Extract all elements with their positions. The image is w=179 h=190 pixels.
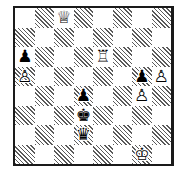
square-g2[interactable] xyxy=(132,125,152,145)
square-b2[interactable] xyxy=(35,125,55,145)
square-e1[interactable] xyxy=(93,145,113,165)
square-e2[interactable] xyxy=(93,125,113,145)
square-c8[interactable]: ♕ xyxy=(54,8,74,28)
square-h2[interactable] xyxy=(152,125,172,145)
square-f2[interactable] xyxy=(113,125,133,145)
piece-white-queen[interactable]: ♕ xyxy=(56,8,71,28)
square-g5[interactable]: ♟ xyxy=(132,67,152,87)
square-b6[interactable] xyxy=(35,47,55,67)
square-c7[interactable] xyxy=(54,28,74,48)
square-h5[interactable]: ♙ xyxy=(152,67,172,87)
square-h4[interactable] xyxy=(152,86,172,106)
square-g3[interactable] xyxy=(132,106,152,126)
square-d2[interactable]: ♛ xyxy=(74,125,94,145)
square-c4[interactable] xyxy=(54,86,74,106)
piece-black-king[interactable]: ♚ xyxy=(76,106,91,126)
square-f7[interactable] xyxy=(113,28,133,48)
square-a7[interactable] xyxy=(15,28,35,48)
piece-black-pawn[interactable]: ♟ xyxy=(17,47,32,67)
piece-white-rook[interactable]: ♖ xyxy=(95,47,110,67)
square-e3[interactable] xyxy=(93,106,113,126)
square-c2[interactable] xyxy=(54,125,74,145)
chess-board: ♕♟♖♙♟♙♟♙♚♛♔ xyxy=(15,8,171,164)
square-a4[interactable] xyxy=(15,86,35,106)
chess-board-frame: ♕♟♖♙♟♙♟♙♚♛♔ xyxy=(13,6,173,166)
square-f5[interactable] xyxy=(113,67,133,87)
square-c5[interactable] xyxy=(54,67,74,87)
square-d6[interactable] xyxy=(74,47,94,67)
piece-white-pawn[interactable]: ♙ xyxy=(17,67,32,87)
piece-white-king[interactable]: ♔ xyxy=(134,145,149,165)
square-e5[interactable] xyxy=(93,67,113,87)
square-b8[interactable] xyxy=(35,8,55,28)
piece-black-pawn[interactable]: ♟ xyxy=(76,86,91,106)
square-a2[interactable] xyxy=(15,125,35,145)
square-g8[interactable] xyxy=(132,8,152,28)
square-d1[interactable] xyxy=(74,145,94,165)
square-e8[interactable] xyxy=(93,8,113,28)
square-a5[interactable]: ♙ xyxy=(15,67,35,87)
piece-white-pawn[interactable]: ♙ xyxy=(134,86,149,106)
square-b7[interactable] xyxy=(35,28,55,48)
square-d8[interactable] xyxy=(74,8,94,28)
square-g1[interactable]: ♔ xyxy=(132,145,152,165)
square-a1[interactable] xyxy=(15,145,35,165)
square-b1[interactable] xyxy=(35,145,55,165)
square-h1[interactable] xyxy=(152,145,172,165)
square-a8[interactable] xyxy=(15,8,35,28)
square-a6[interactable]: ♟ xyxy=(15,47,35,67)
square-f1[interactable] xyxy=(113,145,133,165)
square-f4[interactable] xyxy=(113,86,133,106)
piece-white-pawn[interactable]: ♙ xyxy=(154,67,169,87)
square-b5[interactable] xyxy=(35,67,55,87)
chess-diagram: ♕♟♖♙♟♙♟♙♚♛♔ xyxy=(0,0,179,190)
square-f3[interactable] xyxy=(113,106,133,126)
square-h6[interactable] xyxy=(152,47,172,67)
square-d4[interactable]: ♟ xyxy=(74,86,94,106)
piece-black-pawn[interactable]: ♟ xyxy=(134,67,149,87)
square-d3[interactable]: ♚ xyxy=(74,106,94,126)
square-h8[interactable] xyxy=(152,8,172,28)
square-g6[interactable] xyxy=(132,47,152,67)
square-e7[interactable] xyxy=(93,28,113,48)
square-b3[interactable] xyxy=(35,106,55,126)
piece-black-queen[interactable]: ♛ xyxy=(76,125,91,145)
square-g7[interactable] xyxy=(132,28,152,48)
square-g4[interactable]: ♙ xyxy=(132,86,152,106)
square-c1[interactable] xyxy=(54,145,74,165)
square-d5[interactable] xyxy=(74,67,94,87)
square-e6[interactable]: ♖ xyxy=(93,47,113,67)
square-h3[interactable] xyxy=(152,106,172,126)
square-d7[interactable] xyxy=(74,28,94,48)
square-h7[interactable] xyxy=(152,28,172,48)
square-c6[interactable] xyxy=(54,47,74,67)
square-b4[interactable] xyxy=(35,86,55,106)
square-e4[interactable] xyxy=(93,86,113,106)
square-f6[interactable] xyxy=(113,47,133,67)
square-a3[interactable] xyxy=(15,106,35,126)
square-c3[interactable] xyxy=(54,106,74,126)
square-f8[interactable] xyxy=(113,8,133,28)
